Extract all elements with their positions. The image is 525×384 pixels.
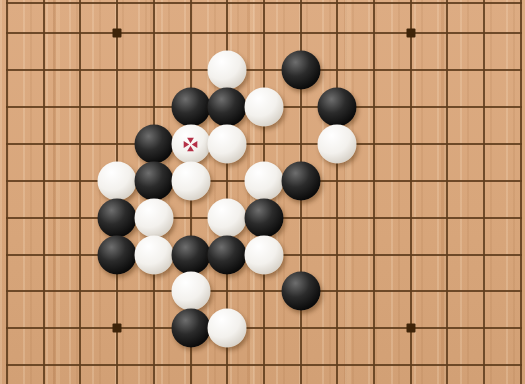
grid-line [6,0,8,384]
black-stone [281,50,320,89]
white-stone [134,199,173,238]
white-stone [208,50,247,89]
black-stone [318,88,357,127]
star-point [113,323,122,332]
star-point [113,28,122,37]
black-stone [98,199,137,238]
black-stone [134,162,173,201]
star-point [406,323,415,332]
white-stone [244,88,283,127]
star-point [406,28,415,37]
black-stone [208,235,247,274]
white-stone [98,162,137,201]
grid-line [336,0,338,384]
gomoku-board[interactable] [0,0,525,384]
black-stone [208,88,247,127]
white-stone [171,272,210,311]
white-stone [318,125,357,164]
grid-line [520,0,522,384]
last-move-marker [183,136,199,152]
white-stone [208,125,247,164]
white-stone [171,162,210,201]
black-stone [171,235,210,274]
grid-line [483,0,485,384]
grid-line [373,0,375,384]
black-stone [281,162,320,201]
white-stone [244,162,283,201]
white-stone [208,308,247,347]
white-stone [208,199,247,238]
grid-line [43,0,45,384]
black-stone [134,125,173,164]
black-stone [98,235,137,274]
black-stone [171,308,210,347]
grid-line [446,0,448,384]
grid-line [79,0,81,384]
black-stone [281,272,320,311]
black-stone [171,88,210,127]
black-stone [244,199,283,238]
white-stone [171,125,210,164]
white-stone [134,235,173,274]
white-stone [244,235,283,274]
